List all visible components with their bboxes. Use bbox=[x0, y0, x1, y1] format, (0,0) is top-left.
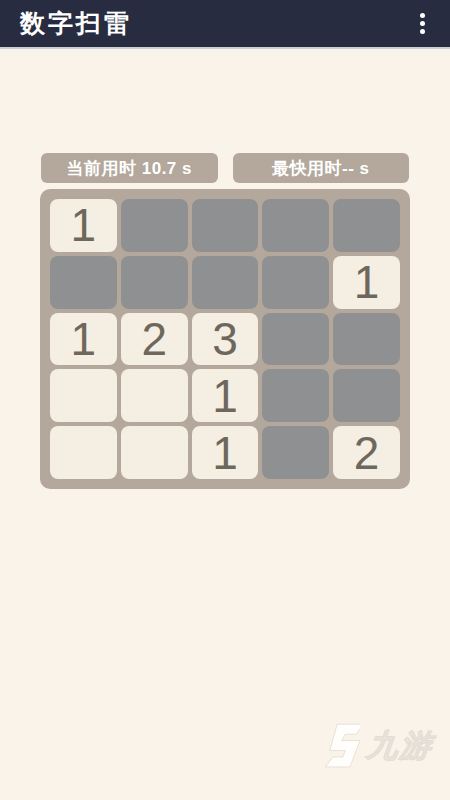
cell-r4c3: 1 bbox=[192, 369, 259, 422]
cell-r5c1 bbox=[50, 426, 117, 479]
status-row: 当前用时 10.7 s 最快用时-- s bbox=[41, 153, 409, 183]
cell-r4c5[interactable] bbox=[333, 369, 400, 422]
watermark-text: 九游 bbox=[365, 725, 435, 767]
cell-r2c3[interactable] bbox=[192, 256, 259, 309]
cell-r3c5[interactable] bbox=[333, 313, 400, 366]
cell-r2c1[interactable] bbox=[50, 256, 117, 309]
cell-r2c4[interactable] bbox=[262, 256, 329, 309]
board-grid: 11123112 bbox=[50, 199, 400, 479]
kebab-dot bbox=[420, 13, 425, 18]
cell-r1c2[interactable] bbox=[121, 199, 188, 252]
kebab-dot bbox=[420, 21, 425, 26]
kebab-dot bbox=[420, 29, 425, 34]
app-bar: 数字扫雷 bbox=[0, 0, 450, 49]
cell-r4c2 bbox=[121, 369, 188, 422]
cell-r1c3[interactable] bbox=[192, 199, 259, 252]
cell-r3c4[interactable] bbox=[262, 313, 329, 366]
9game-logo-icon bbox=[320, 722, 360, 770]
cell-r1c1: 1 bbox=[50, 199, 117, 252]
kebab-menu-icon[interactable] bbox=[418, 9, 427, 38]
cell-r1c5[interactable] bbox=[333, 199, 400, 252]
cell-r5c5: 2 bbox=[333, 426, 400, 479]
app-title: 数字扫雷 bbox=[20, 7, 132, 40]
cell-r3c3: 3 bbox=[192, 313, 259, 366]
cell-r1c4[interactable] bbox=[262, 199, 329, 252]
cell-r4c1 bbox=[50, 369, 117, 422]
best-time-badge: 最快用时-- s bbox=[233, 153, 410, 183]
cell-r4c4[interactable] bbox=[262, 369, 329, 422]
cell-r2c2[interactable] bbox=[121, 256, 188, 309]
cell-r5c2 bbox=[121, 426, 188, 479]
minesweeper-board: 11123112 bbox=[40, 189, 410, 489]
cell-r5c3: 1 bbox=[192, 426, 259, 479]
cell-r2c5: 1 bbox=[333, 256, 400, 309]
watermark: 九游 bbox=[320, 722, 433, 770]
cell-r3c1: 1 bbox=[50, 313, 117, 366]
cell-r3c2: 2 bbox=[121, 313, 188, 366]
current-time-badge: 当前用时 10.7 s bbox=[41, 153, 218, 183]
cell-r5c4[interactable] bbox=[262, 426, 329, 479]
